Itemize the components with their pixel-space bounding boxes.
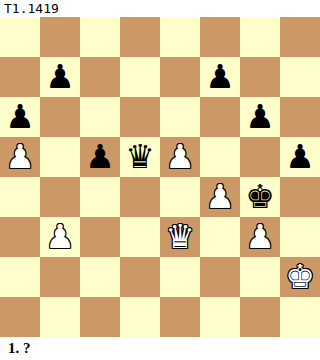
- white-pawn-f4: ♟: [205, 177, 235, 217]
- black-queen-d5: ♛: [125, 137, 155, 177]
- square-a5[interactable]: ♟: [0, 137, 40, 177]
- square-e8[interactable]: [160, 17, 200, 57]
- square-f6[interactable]: [200, 97, 240, 137]
- black-pawn-f7: ♟: [205, 57, 235, 97]
- square-h1[interactable]: [280, 297, 320, 337]
- square-g7[interactable]: [240, 57, 280, 97]
- square-e4[interactable]: [160, 177, 200, 217]
- chess-puzzle-page: T1.1419 ♟♟♟♟♟♟♛♟♟♟♚♟♛♟♚ 1. ?: [0, 0, 320, 360]
- square-e2[interactable]: [160, 257, 200, 297]
- square-g1[interactable]: [240, 297, 280, 337]
- square-b3[interactable]: ♟: [40, 217, 80, 257]
- square-c6[interactable]: [80, 97, 120, 137]
- square-a6[interactable]: ♟: [0, 97, 40, 137]
- square-f2[interactable]: [200, 257, 240, 297]
- square-h3[interactable]: [280, 217, 320, 257]
- square-e1[interactable]: [160, 297, 200, 337]
- square-a7[interactable]: [0, 57, 40, 97]
- square-b4[interactable]: [40, 177, 80, 217]
- square-d8[interactable]: [120, 17, 160, 57]
- square-e6[interactable]: [160, 97, 200, 137]
- square-a1[interactable]: [0, 297, 40, 337]
- square-f3[interactable]: [200, 217, 240, 257]
- square-c2[interactable]: [80, 257, 120, 297]
- square-a2[interactable]: [0, 257, 40, 297]
- black-pawn-g6: ♟: [245, 97, 275, 137]
- square-h2[interactable]: ♚: [280, 257, 320, 297]
- square-a4[interactable]: [0, 177, 40, 217]
- square-e3[interactable]: ♛: [160, 217, 200, 257]
- square-b5[interactable]: [40, 137, 80, 177]
- square-f5[interactable]: [200, 137, 240, 177]
- black-pawn-b7: ♟: [45, 57, 75, 97]
- square-f8[interactable]: [200, 17, 240, 57]
- black-pawn-h5: ♟: [285, 137, 315, 177]
- white-queen-e3: ♛: [165, 217, 195, 257]
- white-pawn-b3: ♟: [45, 217, 75, 257]
- square-h7[interactable]: [280, 57, 320, 97]
- move-prompt: 1. ?: [0, 337, 320, 356]
- square-d7[interactable]: [120, 57, 160, 97]
- white-pawn-a5: ♟: [5, 137, 35, 177]
- white-pawn-g3: ♟: [245, 217, 275, 257]
- square-e5[interactable]: ♟: [160, 137, 200, 177]
- white-pawn-e5: ♟: [165, 137, 195, 177]
- square-c5[interactable]: ♟: [80, 137, 120, 177]
- square-h4[interactable]: [280, 177, 320, 217]
- square-g8[interactable]: [240, 17, 280, 57]
- square-f4[interactable]: ♟: [200, 177, 240, 217]
- square-c7[interactable]: [80, 57, 120, 97]
- white-king-h2: ♚: [285, 257, 315, 297]
- square-a8[interactable]: [0, 17, 40, 57]
- square-d2[interactable]: [120, 257, 160, 297]
- square-c1[interactable]: [80, 297, 120, 337]
- square-d6[interactable]: [120, 97, 160, 137]
- square-h8[interactable]: [280, 17, 320, 57]
- square-g4[interactable]: ♚: [240, 177, 280, 217]
- square-a3[interactable]: [0, 217, 40, 257]
- black-pawn-c5: ♟: [85, 137, 115, 177]
- square-g6[interactable]: ♟: [240, 97, 280, 137]
- chess-board: ♟♟♟♟♟♟♛♟♟♟♚♟♛♟♚: [0, 17, 320, 337]
- square-c4[interactable]: [80, 177, 120, 217]
- square-g2[interactable]: [240, 257, 280, 297]
- puzzle-id-title: T1.1419: [0, 0, 320, 17]
- square-d1[interactable]: [120, 297, 160, 337]
- square-f7[interactable]: ♟: [200, 57, 240, 97]
- square-e7[interactable]: [160, 57, 200, 97]
- square-g5[interactable]: [240, 137, 280, 177]
- square-c8[interactable]: [80, 17, 120, 57]
- square-h6[interactable]: [280, 97, 320, 137]
- square-b1[interactable]: [40, 297, 80, 337]
- square-b8[interactable]: [40, 17, 80, 57]
- square-f1[interactable]: [200, 297, 240, 337]
- square-d3[interactable]: [120, 217, 160, 257]
- black-king-g4: ♚: [245, 177, 275, 217]
- square-d5[interactable]: ♛: [120, 137, 160, 177]
- black-pawn-a6: ♟: [5, 97, 35, 137]
- square-b6[interactable]: [40, 97, 80, 137]
- square-h5[interactable]: ♟: [280, 137, 320, 177]
- square-g3[interactable]: ♟: [240, 217, 280, 257]
- square-c3[interactable]: [80, 217, 120, 257]
- square-b2[interactable]: [40, 257, 80, 297]
- square-b7[interactable]: ♟: [40, 57, 80, 97]
- square-d4[interactable]: [120, 177, 160, 217]
